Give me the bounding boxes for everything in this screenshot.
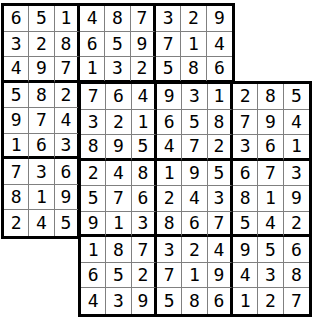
sudoku-cell-top-left-r3c9: 6 — [207, 57, 232, 83]
sudoku-cell-bottom-right-r3c8: 6 — [258, 135, 283, 161]
sudoku-cell-bottom-right-r2c1: 3 — [81, 110, 106, 136]
sudoku-cell-bottom-right-r3c4: 4 — [157, 135, 182, 161]
sudoku-cell-top-left-r6c3: 3 — [55, 134, 80, 160]
sudoku-cell-bottom-right-r3c2: 9 — [106, 135, 131, 161]
sudoku-cell-bottom-right-r8c8: 3 — [258, 263, 283, 289]
sudoku-cell-bottom-right-r4c6: 5 — [208, 161, 233, 187]
sudoku-cell-top-left-r9c1: 2 — [4, 210, 29, 236]
sudoku-cell-bottom-right-r4c5: 9 — [182, 161, 207, 187]
sudoku-cell-bottom-right-r9c1: 4 — [81, 288, 106, 314]
sudoku-cell-bottom-right-r1c3: 4 — [132, 84, 157, 110]
sudoku-cell-bottom-right-r6c9: 2 — [284, 212, 309, 238]
sudoku-cell-bottom-right-r5c3: 6 — [132, 186, 157, 212]
sudoku-cell-top-left-r3c5: 3 — [105, 57, 130, 83]
sudoku-cell-top-left-r1c1: 6 — [4, 6, 29, 32]
sudoku-cell-bottom-right-r6c4: 8 — [157, 212, 182, 238]
sudoku-cell-top-left-r4c1: 5 — [4, 83, 29, 109]
sudoku-cell-bottom-right-r5c7: 8 — [233, 186, 258, 212]
sudoku-cell-bottom-right-r3c7: 3 — [233, 135, 258, 161]
sudoku-cell-bottom-right-r9c4: 5 — [157, 288, 182, 314]
sudoku-cell-top-left-r1c2: 5 — [29, 6, 54, 32]
sudoku-cell-bottom-right-r6c8: 4 — [258, 212, 283, 238]
sudoku-cell-top-left-r7c3: 6 — [55, 159, 80, 185]
sudoku-cell-top-left-r2c6: 9 — [131, 32, 156, 58]
sudoku-cell-bottom-right-r8c5: 1 — [182, 263, 207, 289]
sudoku-cell-bottom-right-r6c7: 5 — [233, 212, 258, 238]
sudoku-cell-bottom-right-r4c1: 2 — [81, 161, 106, 187]
sudoku-cell-top-left-r2c5: 5 — [105, 32, 130, 58]
sudoku-cell-bottom-right-r8c7: 4 — [233, 263, 258, 289]
sudoku-cell-bottom-right-r3c5: 7 — [182, 135, 207, 161]
sudoku-cell-bottom-right-r5c4: 2 — [157, 186, 182, 212]
sudoku-cell-top-left-r8c2: 1 — [29, 185, 54, 211]
sudoku-cell-top-left-r2c1: 3 — [4, 32, 29, 58]
sudoku-cell-bottom-right-r3c9: 1 — [284, 135, 309, 161]
sudoku-cell-bottom-right-r9c7: 1 — [233, 288, 258, 314]
sudoku-cell-bottom-right-r2c2: 2 — [106, 110, 131, 136]
sudoku-cell-bottom-right-r6c5: 6 — [182, 212, 207, 238]
sudoku-cell-top-left-r2c4: 6 — [80, 32, 105, 58]
sudoku-cell-top-left-r3c6: 2 — [131, 57, 156, 83]
sudoku-cell-bottom-right-r1c7: 2 — [233, 84, 258, 110]
sudoku-cell-bottom-right-r1c1: 7 — [81, 84, 106, 110]
sudoku-cell-bottom-right-r7c4: 3 — [157, 237, 182, 263]
sudoku-cell-top-left-r2c3: 8 — [55, 32, 80, 58]
sudoku-cell-bottom-right-r7c1: 1 — [81, 237, 106, 263]
sudoku-cell-top-left-r1c5: 8 — [105, 6, 130, 32]
sudoku-cell-bottom-right-r5c9: 9 — [284, 186, 309, 212]
sudoku-cell-top-left-r3c2: 9 — [29, 57, 54, 83]
sudoku-cell-top-left-r7c2: 3 — [29, 159, 54, 185]
sudoku-cell-bottom-right-r4c2: 4 — [106, 161, 131, 187]
sudoku-cell-top-left-r4c3: 2 — [55, 83, 80, 109]
sudoku-cell-bottom-right-r4c3: 8 — [132, 161, 157, 187]
sudoku-cell-bottom-right-r8c6: 9 — [208, 263, 233, 289]
sudoku-cell-top-left-r6c1: 1 — [4, 134, 29, 160]
sudoku-cell-top-left-r9c2: 4 — [29, 210, 54, 236]
sudoku-cell-top-left-r4c2: 8 — [29, 83, 54, 109]
sudoku-cell-top-left-r1c9: 9 — [207, 6, 232, 32]
sudoku-cell-bottom-right-r5c5: 4 — [182, 186, 207, 212]
sudoku-cell-bottom-right-r1c2: 6 — [106, 84, 131, 110]
sudoku-cell-bottom-right-r8c3: 2 — [132, 263, 157, 289]
sudoku-cell-bottom-right-r9c8: 2 — [258, 288, 283, 314]
sudoku-cell-top-left-r2c9: 4 — [207, 32, 232, 58]
sudoku-cell-bottom-right-r5c2: 7 — [106, 186, 131, 212]
sudoku-cell-bottom-right-r8c2: 5 — [106, 263, 131, 289]
sudoku-cell-bottom-right-r2c8: 9 — [258, 110, 283, 136]
sudoku-cell-top-left-r5c2: 7 — [29, 108, 54, 134]
sudoku-cell-bottom-right-r9c6: 6 — [208, 288, 233, 314]
sudoku-cell-bottom-right-r3c6: 2 — [208, 135, 233, 161]
sudoku-cell-bottom-right-r5c1: 5 — [81, 186, 106, 212]
sudoku-cell-top-left-r1c6: 7 — [131, 6, 156, 32]
sudoku-cell-bottom-right-r2c7: 7 — [233, 110, 258, 136]
sudoku-grid-bottom-right: 7649312853216587948954723612481956735762… — [78, 81, 312, 317]
sudoku-cell-top-left-r2c2: 2 — [29, 32, 54, 58]
sudoku-cell-top-left-r3c3: 7 — [55, 57, 80, 83]
sudoku-cell-bottom-right-r5c6: 3 — [208, 186, 233, 212]
sudoku-cell-bottom-right-r1c8: 8 — [258, 84, 283, 110]
sudoku-cell-bottom-right-r1c6: 1 — [208, 84, 233, 110]
sudoku-cell-top-left-r3c7: 5 — [156, 57, 181, 83]
twin-sudoku-board: 6514873293286597144971325865827649319743… — [0, 0, 312, 320]
sudoku-cell-bottom-right-r7c2: 8 — [106, 237, 131, 263]
sudoku-cell-bottom-right-r1c9: 5 — [284, 84, 309, 110]
sudoku-cell-bottom-right-r4c7: 6 — [233, 161, 258, 187]
sudoku-cell-bottom-right-r7c9: 6 — [284, 237, 309, 263]
sudoku-cell-bottom-right-r1c5: 3 — [182, 84, 207, 110]
sudoku-cell-bottom-right-r6c6: 7 — [208, 212, 233, 238]
sudoku-cell-bottom-right-r9c9: 7 — [284, 288, 309, 314]
sudoku-cell-bottom-right-r9c5: 8 — [182, 288, 207, 314]
sudoku-cell-top-left-r1c4: 4 — [80, 6, 105, 32]
sudoku-cell-top-left-r1c8: 2 — [181, 6, 206, 32]
sudoku-cell-bottom-right-r3c1: 8 — [81, 135, 106, 161]
sudoku-cell-bottom-right-r8c4: 7 — [157, 263, 182, 289]
sudoku-cell-bottom-right-r9c2: 3 — [106, 288, 131, 314]
sudoku-cell-bottom-right-r4c8: 7 — [258, 161, 283, 187]
sudoku-cell-top-left-r2c7: 7 — [156, 32, 181, 58]
sudoku-cell-top-left-r9c3: 5 — [55, 210, 80, 236]
sudoku-cell-bottom-right-r2c6: 8 — [208, 110, 233, 136]
sudoku-cell-bottom-right-r7c5: 2 — [182, 237, 207, 263]
sudoku-cell-bottom-right-r4c4: 1 — [157, 161, 182, 187]
sudoku-cell-bottom-right-r8c9: 8 — [284, 263, 309, 289]
sudoku-cell-top-left-r6c2: 6 — [29, 134, 54, 160]
sudoku-cell-bottom-right-r7c8: 5 — [258, 237, 283, 263]
sudoku-cell-top-left-r7c1: 7 — [4, 159, 29, 185]
sudoku-cell-bottom-right-r2c9: 4 — [284, 110, 309, 136]
sudoku-cell-bottom-right-r5c8: 1 — [258, 186, 283, 212]
sudoku-cell-bottom-right-r1c4: 9 — [157, 84, 182, 110]
sudoku-cell-top-left-r5c3: 4 — [55, 108, 80, 134]
sudoku-cell-top-left-r2c8: 1 — [181, 32, 206, 58]
sudoku-cell-top-left-r3c8: 8 — [181, 57, 206, 83]
sudoku-cell-bottom-right-r3c3: 5 — [132, 135, 157, 161]
sudoku-cell-bottom-right-r7c3: 7 — [132, 237, 157, 263]
sudoku-cell-bottom-right-r4c9: 3 — [284, 161, 309, 187]
sudoku-cell-top-left-r1c7: 3 — [156, 6, 181, 32]
sudoku-cell-bottom-right-r2c3: 1 — [132, 110, 157, 136]
sudoku-cell-top-left-r3c1: 4 — [4, 57, 29, 83]
sudoku-cell-top-left-r8c1: 8 — [4, 185, 29, 211]
sudoku-cell-bottom-right-r8c1: 6 — [81, 263, 106, 289]
sudoku-cell-bottom-right-r7c6: 4 — [208, 237, 233, 263]
sudoku-cell-top-left-r8c3: 9 — [55, 185, 80, 211]
sudoku-cell-bottom-right-r2c5: 5 — [182, 110, 207, 136]
sudoku-cell-bottom-right-r6c2: 1 — [106, 212, 131, 238]
sudoku-cell-top-left-r5c1: 9 — [4, 108, 29, 134]
sudoku-cell-bottom-right-r2c4: 6 — [157, 110, 182, 136]
sudoku-cell-bottom-right-r7c7: 9 — [233, 237, 258, 263]
sudoku-cell-top-left-r3c4: 1 — [80, 57, 105, 83]
sudoku-cell-bottom-right-r6c1: 9 — [81, 212, 106, 238]
sudoku-cell-bottom-right-r6c3: 3 — [132, 212, 157, 238]
sudoku-cell-bottom-right-r9c3: 9 — [132, 288, 157, 314]
sudoku-cell-top-left-r1c3: 1 — [55, 6, 80, 32]
